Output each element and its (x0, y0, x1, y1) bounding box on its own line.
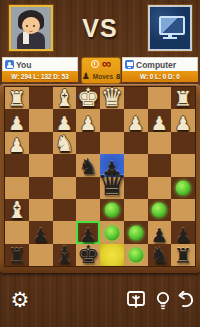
square-g3[interactable] (29, 132, 53, 154)
piece-white-pawn-c2[interactable]: ♟ (127, 114, 144, 133)
square-f5[interactable] (53, 177, 77, 199)
square-g8[interactable] (29, 244, 53, 266)
square-a2[interactable]: ♟ (171, 109, 195, 131)
square-e1[interactable]: ♚ (76, 87, 100, 109)
square-c3[interactable] (124, 132, 148, 154)
chess-app-screen: VS You W: 294 L: 132 D: 53 ∞ ♟ Moves 8 (0, 0, 200, 327)
player-name: You (16, 60, 31, 70)
square-f8[interactable]: ♝ (53, 244, 77, 266)
legal-move-dot[interactable] (104, 203, 119, 218)
piece-black-rook-h8[interactable]: ♜ (7, 246, 26, 267)
player-card-computer: Computer W: 0 L: 0 D: 0 (122, 57, 198, 83)
square-a6[interactable] (171, 199, 195, 221)
square-d3[interactable] (100, 132, 124, 154)
square-f1[interactable]: ♝ (53, 87, 77, 109)
legal-move-dot[interactable] (152, 203, 167, 218)
piece-white-bishop-f1[interactable]: ♝ (54, 87, 75, 110)
square-d1[interactable]: ♛ (100, 87, 124, 109)
square-d7[interactable] (100, 221, 124, 243)
piece-white-pawn-f2[interactable]: ♟ (56, 114, 73, 133)
square-c1[interactable] (124, 87, 148, 109)
computer-name: Computer (136, 60, 176, 70)
square-g1[interactable] (29, 87, 53, 109)
square-c4[interactable] (124, 154, 148, 176)
chess-board: ♜♝♚♛♜♟♟♟♟♟♟♟♞♞♟♛♝♟♟♟♟♜♝♚♞♜ (5, 87, 195, 266)
square-h8[interactable]: ♜ (5, 244, 29, 266)
undo-arrow-icon (176, 291, 196, 309)
bottom-toolbar: ⚙ (0, 284, 200, 318)
square-a3[interactable] (171, 132, 195, 154)
player-info-bars: You W: 294 L: 132 D: 53 ∞ ♟ Moves 8 Comp… (0, 56, 200, 85)
piece-white-pawn-b2[interactable]: ♟ (151, 114, 168, 133)
piece-black-queen-d5[interactable]: ♛ (97, 166, 127, 200)
pawn-icon: ♟ (82, 72, 90, 81)
hint-button[interactable] (151, 288, 175, 312)
square-e8[interactable]: ♚ (76, 244, 100, 266)
square-f7[interactable] (53, 221, 77, 243)
square-b7[interactable]: ♟ (148, 221, 172, 243)
square-a5[interactable] (171, 177, 195, 199)
square-g2[interactable] (29, 109, 53, 131)
legal-move-dot[interactable] (128, 225, 143, 240)
square-h2[interactable]: ♟ (5, 109, 29, 131)
square-b6[interactable] (148, 199, 172, 221)
piece-white-pawn-a2[interactable]: ♟ (175, 114, 192, 133)
square-g4[interactable] (29, 154, 53, 176)
clock-icon (91, 60, 99, 68)
gear-icon: ⚙ (11, 290, 30, 311)
square-b2[interactable]: ♟ (148, 109, 172, 131)
player-card-you: You W: 294 L: 132 D: 53 (2, 57, 78, 83)
game-status-panel: ∞ ♟ Moves 8 (81, 57, 121, 84)
settings-button[interactable]: ⚙ (8, 288, 32, 312)
piece-black-pawn-g7[interactable]: ♟ (32, 226, 49, 245)
square-e2[interactable]: ♟ (76, 109, 100, 131)
square-d2[interactable] (100, 109, 124, 131)
moves-count: 8 (116, 72, 120, 81)
piece-white-knight-f3[interactable]: ♞ (55, 133, 75, 155)
legal-move-dot[interactable] (128, 247, 143, 262)
legal-move-dot[interactable] (176, 180, 191, 195)
computer-icon (125, 60, 134, 69)
infinite-time-label: ∞ (102, 59, 111, 69)
square-h6[interactable]: ♝ (5, 199, 29, 221)
square-a8[interactable]: ♜ (171, 244, 195, 266)
square-b4[interactable] (148, 154, 172, 176)
piece-black-pawn-b7[interactable]: ♟ (151, 226, 168, 245)
computer-monitor-icon (150, 7, 190, 49)
undo-button[interactable] (174, 288, 198, 312)
square-c8[interactable] (124, 244, 148, 266)
square-c2[interactable]: ♟ (124, 109, 148, 131)
square-d6[interactable] (100, 199, 124, 221)
piece-white-rook-h1[interactable]: ♜ (7, 89, 26, 110)
square-a1[interactable]: ♜ (171, 87, 195, 109)
square-h3[interactable]: ♟ (5, 132, 29, 154)
square-c5[interactable] (124, 177, 148, 199)
square-c7[interactable] (124, 221, 148, 243)
board-frame: ♜♝♚♛♜♟♟♟♟♟♟♟♞♞♟♛♝♟♟♟♟♜♝♚♞♜ (0, 84, 200, 273)
piece-white-pawn-e2[interactable]: ♟ (80, 114, 97, 133)
square-f4[interactable] (53, 154, 77, 176)
square-f2[interactable]: ♟ (53, 109, 77, 131)
square-h5[interactable] (5, 177, 29, 199)
square-f6[interactable] (53, 199, 77, 221)
square-e3[interactable] (76, 132, 100, 154)
square-a4[interactable] (171, 154, 195, 176)
square-c6[interactable] (124, 199, 148, 221)
square-h1[interactable]: ♜ (5, 87, 29, 109)
square-f3[interactable]: ♞ (53, 132, 77, 154)
piece-black-bishop-f8[interactable]: ♝ (54, 244, 75, 267)
square-h7[interactable] (5, 221, 29, 243)
piece-white-rook-a1[interactable]: ♜ (174, 89, 193, 110)
show-move-button[interactable] (124, 288, 148, 312)
square-b3[interactable] (148, 132, 172, 154)
piece-black-king-e8[interactable]: ♚ (77, 242, 99, 267)
piece-white-pawn-h2[interactable]: ♟ (8, 114, 25, 133)
square-b5[interactable] (148, 177, 172, 199)
legal-move-dot[interactable] (104, 225, 119, 240)
piece-black-knight-e4[interactable]: ♞ (78, 156, 98, 178)
piece-white-pawn-h3[interactable]: ♟ (8, 136, 25, 155)
square-e6[interactable] (76, 199, 100, 221)
moves-label: Moves (93, 73, 113, 80)
computer-stats: W: 0 L: 0 D: 0 (140, 73, 180, 80)
square-a7[interactable]: ♟ (171, 221, 195, 243)
piece-black-pawn-a7[interactable]: ♟ (175, 226, 192, 245)
square-h4[interactable] (5, 154, 29, 176)
square-g7[interactable]: ♟ (29, 221, 53, 243)
piece-white-king-e1[interactable]: ♚ (77, 85, 99, 110)
square-d5[interactable]: ♛ (100, 177, 124, 199)
piece-white-queen-d1[interactable]: ♛ (101, 85, 123, 110)
square-g6[interactable] (29, 199, 53, 221)
square-d8[interactable] (100, 244, 124, 266)
square-b1[interactable] (148, 87, 172, 109)
square-b8[interactable]: ♞ (148, 244, 172, 266)
header: VS (0, 0, 200, 56)
piece-white-bishop-h6[interactable]: ♝ (7, 199, 28, 222)
square-g5[interactable] (29, 177, 53, 199)
piece-black-knight-b8[interactable]: ♞ (150, 245, 170, 267)
user-icon (5, 60, 14, 69)
lightbulb-icon (154, 290, 172, 310)
player-stats: W: 294 L: 132 D: 53 (11, 73, 68, 80)
board-hand-icon (126, 290, 146, 310)
computer-avatar (148, 5, 192, 51)
piece-black-rook-a8[interactable]: ♜ (174, 246, 193, 267)
